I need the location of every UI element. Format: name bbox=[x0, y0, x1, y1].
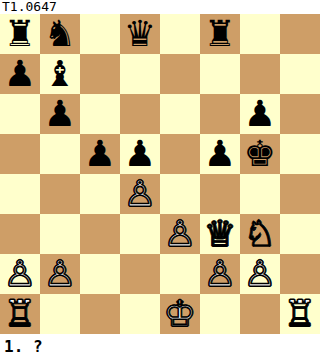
square-b7[interactable]: ♝ bbox=[40, 54, 80, 94]
square-b8[interactable]: ♞ bbox=[40, 14, 80, 54]
black-pawn-a7: ♟ bbox=[4, 54, 36, 94]
square-g2[interactable]: ♙ bbox=[240, 254, 280, 294]
square-a5[interactable] bbox=[0, 134, 40, 174]
black-pawn-b6: ♟ bbox=[44, 94, 76, 134]
square-e2[interactable] bbox=[160, 254, 200, 294]
square-h6[interactable] bbox=[280, 94, 320, 134]
square-g8[interactable] bbox=[240, 14, 280, 54]
chess-board: ♜♞♛♜♟♝♟♟♟♟♟♚♙♙♕♘♙♙♙♙♖♔♖ bbox=[0, 14, 320, 334]
square-c8[interactable] bbox=[80, 14, 120, 54]
square-e4[interactable] bbox=[160, 174, 200, 214]
square-d3[interactable] bbox=[120, 214, 160, 254]
white-pawn-d4: ♙ bbox=[124, 174, 156, 214]
white-pawn-g2: ♙ bbox=[244, 254, 276, 294]
black-rook-f8: ♜ bbox=[204, 14, 236, 54]
white-pawn-a2: ♙ bbox=[4, 254, 36, 294]
square-h3[interactable] bbox=[280, 214, 320, 254]
square-h7[interactable] bbox=[280, 54, 320, 94]
square-h1[interactable]: ♖ bbox=[280, 294, 320, 334]
square-b3[interactable] bbox=[40, 214, 80, 254]
square-f6[interactable] bbox=[200, 94, 240, 134]
square-g7[interactable] bbox=[240, 54, 280, 94]
square-d6[interactable] bbox=[120, 94, 160, 134]
black-pawn-g6: ♟ bbox=[244, 94, 276, 134]
white-pawn-e3: ♙ bbox=[164, 214, 196, 254]
square-c6[interactable] bbox=[80, 94, 120, 134]
square-e5[interactable] bbox=[160, 134, 200, 174]
square-g1[interactable] bbox=[240, 294, 280, 334]
square-d4[interactable]: ♙ bbox=[120, 174, 160, 214]
white-knight-g3: ♘ bbox=[244, 214, 276, 254]
square-d8[interactable]: ♛ bbox=[120, 14, 160, 54]
square-f4[interactable] bbox=[200, 174, 240, 214]
black-pawn-d5: ♟ bbox=[124, 134, 156, 174]
square-e3[interactable]: ♙ bbox=[160, 214, 200, 254]
chess-puzzle-page: T1.0647 ♜♞♛♜♟♝♟♟♟♟♟♚♙♙♕♘♙♙♙♙♖♔♖ 1. ? bbox=[0, 0, 320, 360]
square-h2[interactable] bbox=[280, 254, 320, 294]
black-rook-a8: ♜ bbox=[4, 14, 36, 54]
black-queen-d8: ♛ bbox=[124, 14, 156, 54]
square-d7[interactable] bbox=[120, 54, 160, 94]
square-a1[interactable]: ♖ bbox=[0, 294, 40, 334]
white-pawn-b2: ♙ bbox=[44, 254, 76, 294]
square-h4[interactable] bbox=[280, 174, 320, 214]
square-b6[interactable]: ♟ bbox=[40, 94, 80, 134]
square-a4[interactable] bbox=[0, 174, 40, 214]
square-f2[interactable]: ♙ bbox=[200, 254, 240, 294]
square-f8[interactable]: ♜ bbox=[200, 14, 240, 54]
black-bishop-b7: ♝ bbox=[44, 54, 76, 94]
square-d1[interactable] bbox=[120, 294, 160, 334]
square-e7[interactable] bbox=[160, 54, 200, 94]
white-pawn-f2: ♙ bbox=[204, 254, 236, 294]
white-rook-a1: ♖ bbox=[4, 294, 36, 334]
puzzle-id-label: T1.0647 bbox=[2, 0, 57, 14]
square-g6[interactable]: ♟ bbox=[240, 94, 280, 134]
square-f3[interactable]: ♕ bbox=[200, 214, 240, 254]
square-c4[interactable] bbox=[80, 174, 120, 214]
square-a6[interactable] bbox=[0, 94, 40, 134]
square-h5[interactable] bbox=[280, 134, 320, 174]
square-g3[interactable]: ♘ bbox=[240, 214, 280, 254]
move-prompt-label: 1. ? bbox=[4, 337, 43, 356]
white-king-e1: ♔ bbox=[164, 294, 196, 334]
square-b4[interactable] bbox=[40, 174, 80, 214]
square-e8[interactable] bbox=[160, 14, 200, 54]
square-c7[interactable] bbox=[80, 54, 120, 94]
square-g4[interactable] bbox=[240, 174, 280, 214]
square-b5[interactable] bbox=[40, 134, 80, 174]
square-b2[interactable]: ♙ bbox=[40, 254, 80, 294]
square-g5[interactable]: ♚ bbox=[240, 134, 280, 174]
square-c1[interactable] bbox=[80, 294, 120, 334]
square-a8[interactable]: ♜ bbox=[0, 14, 40, 54]
square-f7[interactable] bbox=[200, 54, 240, 94]
square-a3[interactable] bbox=[0, 214, 40, 254]
square-d5[interactable]: ♟ bbox=[120, 134, 160, 174]
square-h8[interactable] bbox=[280, 14, 320, 54]
square-c3[interactable] bbox=[80, 214, 120, 254]
square-a7[interactable]: ♟ bbox=[0, 54, 40, 94]
square-d2[interactable] bbox=[120, 254, 160, 294]
square-a2[interactable]: ♙ bbox=[0, 254, 40, 294]
white-rook-h1: ♖ bbox=[284, 294, 316, 334]
square-b1[interactable] bbox=[40, 294, 80, 334]
black-knight-b8: ♞ bbox=[44, 14, 76, 54]
square-f5[interactable]: ♟ bbox=[200, 134, 240, 174]
white-queen-f3: ♕ bbox=[204, 214, 236, 254]
square-c2[interactable] bbox=[80, 254, 120, 294]
black-pawn-c5: ♟ bbox=[84, 134, 116, 174]
square-c5[interactable]: ♟ bbox=[80, 134, 120, 174]
black-pawn-f5: ♟ bbox=[204, 134, 236, 174]
square-e1[interactable]: ♔ bbox=[160, 294, 200, 334]
square-f1[interactable] bbox=[200, 294, 240, 334]
black-king-g5: ♚ bbox=[244, 134, 276, 174]
square-e6[interactable] bbox=[160, 94, 200, 134]
